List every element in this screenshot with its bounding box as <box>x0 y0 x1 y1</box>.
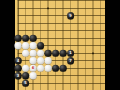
white-stone[interactable] <box>37 65 44 72</box>
black-stone[interactable] <box>52 50 59 57</box>
grid-line-horizontal <box>17 30 104 31</box>
black-stone[interactable] <box>22 72 29 79</box>
star-point <box>92 52 94 54</box>
go-board[interactable]: 9147635 <box>15 0 105 90</box>
black-stone[interactable] <box>14 65 21 72</box>
grid-line-horizontal <box>17 23 104 24</box>
black-stone[interactable] <box>59 50 66 57</box>
grid-line-horizontal <box>17 83 104 84</box>
white-stone[interactable] <box>22 65 29 72</box>
grid-line-horizontal <box>17 0 104 1</box>
black-stone[interactable]: 1 <box>67 50 74 57</box>
black-stone[interactable] <box>44 50 51 57</box>
white-stone[interactable] <box>22 50 29 57</box>
move-number-label: 1 <box>69 51 72 55</box>
black-stone[interactable]: 3 <box>14 72 21 79</box>
black-stone[interactable] <box>14 35 21 42</box>
white-stone[interactable] <box>29 57 36 64</box>
move-number-label: 3 <box>17 74 20 78</box>
white-stone[interactable] <box>29 42 36 49</box>
move-number-label: 7 <box>69 59 72 63</box>
black-stone[interactable] <box>29 35 36 42</box>
white-stone[interactable] <box>29 50 36 57</box>
black-stone[interactable] <box>52 65 59 72</box>
grid-line-horizontal <box>17 8 104 9</box>
black-stone[interactable]: 4 <box>14 57 21 64</box>
screenshot: 9147635 <box>0 0 120 90</box>
move-number-label: 4 <box>17 59 20 63</box>
white-stone[interactable] <box>14 42 21 49</box>
grid-line-horizontal <box>17 15 104 16</box>
white-stone[interactable] <box>37 50 44 57</box>
stage: 9147635 <box>0 0 120 90</box>
white-stone[interactable] <box>44 57 51 64</box>
black-stone[interactable] <box>22 35 29 42</box>
right-letterbox <box>105 0 120 90</box>
black-stone[interactable] <box>37 42 44 49</box>
white-stone[interactable] <box>22 42 29 49</box>
black-stone[interactable]: 5 <box>22 80 29 87</box>
black-stone[interactable]: 9 <box>67 12 74 19</box>
white-stone[interactable] <box>37 57 44 64</box>
star-point <box>47 7 49 9</box>
black-stone[interactable]: 7 <box>67 57 74 64</box>
white-stone[interactable] <box>29 72 36 79</box>
move-number-label: 6 <box>32 66 35 70</box>
white-stone[interactable]: 6 <box>29 65 36 72</box>
black-stone[interactable] <box>59 65 66 72</box>
move-number-label: 9 <box>69 14 72 18</box>
left-letterbox <box>0 0 15 90</box>
move-number-label: 5 <box>24 81 27 85</box>
white-stone[interactable] <box>44 65 51 72</box>
